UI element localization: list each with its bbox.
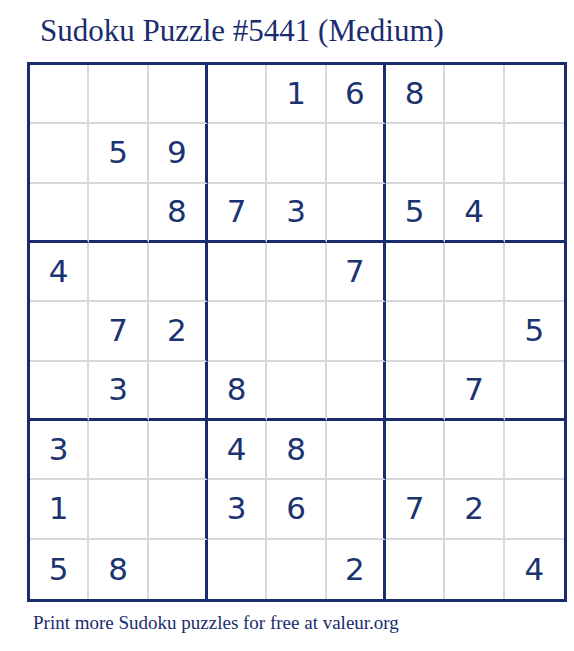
cell-r5c2: 7 <box>89 302 148 361</box>
sudoku-grid: 168598735447725387348136725824 <box>27 62 567 602</box>
cell-r2c6 <box>327 124 386 183</box>
cell-r3c3: 8 <box>149 184 208 243</box>
cell-r4c5 <box>267 243 326 302</box>
cell-r1c1 <box>30 65 89 124</box>
cell-r8c4: 3 <box>208 480 267 539</box>
cell-r4c9 <box>505 243 564 302</box>
cell-r5c3: 2 <box>149 302 208 361</box>
cell-r7c2 <box>89 421 148 480</box>
cell-r9c9: 4 <box>505 540 564 599</box>
cell-r4c7 <box>386 243 445 302</box>
cell-r8c8: 2 <box>445 480 504 539</box>
cell-r3c4: 7 <box>208 184 267 243</box>
cell-r6c9 <box>505 362 564 421</box>
cell-r1c7: 8 <box>386 65 445 124</box>
cell-r5c5 <box>267 302 326 361</box>
cell-r3c1 <box>30 184 89 243</box>
cell-r8c2 <box>89 480 148 539</box>
cell-r8c3 <box>149 480 208 539</box>
cell-r1c8 <box>445 65 504 124</box>
cell-r9c6: 2 <box>327 540 386 599</box>
cell-r1c5: 1 <box>267 65 326 124</box>
cell-r3c6 <box>327 184 386 243</box>
cell-r2c3: 9 <box>149 124 208 183</box>
cell-r1c6: 6 <box>327 65 386 124</box>
cell-r2c1 <box>30 124 89 183</box>
cell-r7c9 <box>505 421 564 480</box>
cell-r9c5 <box>267 540 326 599</box>
cell-r8c6 <box>327 480 386 539</box>
cell-r4c8 <box>445 243 504 302</box>
cell-r2c9 <box>505 124 564 183</box>
cell-r9c4 <box>208 540 267 599</box>
cell-r9c8 <box>445 540 504 599</box>
cell-r5c6 <box>327 302 386 361</box>
cell-r3c5: 3 <box>267 184 326 243</box>
cell-r6c1 <box>30 362 89 421</box>
cell-r5c1 <box>30 302 89 361</box>
footer-text: Print more Sudoku puzzles for free at va… <box>33 612 399 634</box>
cell-r6c7 <box>386 362 445 421</box>
cell-r6c8: 7 <box>445 362 504 421</box>
cell-r7c5: 8 <box>267 421 326 480</box>
cell-r4c6: 7 <box>327 243 386 302</box>
cell-r2c5 <box>267 124 326 183</box>
cell-r9c2: 8 <box>89 540 148 599</box>
cell-r5c7 <box>386 302 445 361</box>
cell-r1c2 <box>89 65 148 124</box>
cell-r4c3 <box>149 243 208 302</box>
cell-r2c8 <box>445 124 504 183</box>
page-title: Sudoku Puzzle #5441 (Medium) <box>40 13 444 49</box>
cell-r6c6 <box>327 362 386 421</box>
cell-r3c2 <box>89 184 148 243</box>
cell-r3c7: 5 <box>386 184 445 243</box>
cell-r7c3 <box>149 421 208 480</box>
cell-r5c8 <box>445 302 504 361</box>
cell-r7c8 <box>445 421 504 480</box>
cell-r4c2 <box>89 243 148 302</box>
cell-r9c3 <box>149 540 208 599</box>
cell-r8c5: 6 <box>267 480 326 539</box>
cell-r6c4: 8 <box>208 362 267 421</box>
cell-r1c3 <box>149 65 208 124</box>
cell-r6c3 <box>149 362 208 421</box>
cell-r6c5 <box>267 362 326 421</box>
cell-r1c9 <box>505 65 564 124</box>
cell-r3c8: 4 <box>445 184 504 243</box>
cell-r1c4 <box>208 65 267 124</box>
cell-r7c4: 4 <box>208 421 267 480</box>
cell-r8c9 <box>505 480 564 539</box>
cell-r7c6 <box>327 421 386 480</box>
cell-r6c2: 3 <box>89 362 148 421</box>
cell-r5c9: 5 <box>505 302 564 361</box>
cell-r2c2: 5 <box>89 124 148 183</box>
cell-r7c7 <box>386 421 445 480</box>
cell-r3c9 <box>505 184 564 243</box>
cell-r9c1: 5 <box>30 540 89 599</box>
cell-r9c7 <box>386 540 445 599</box>
cell-r2c4 <box>208 124 267 183</box>
cell-r8c7: 7 <box>386 480 445 539</box>
cell-r4c1: 4 <box>30 243 89 302</box>
cell-r4c4 <box>208 243 267 302</box>
cell-r7c1: 3 <box>30 421 89 480</box>
cell-r2c7 <box>386 124 445 183</box>
sudoku-page: Sudoku Puzzle #5441 (Medium) 16859873544… <box>0 0 574 651</box>
cell-r5c4 <box>208 302 267 361</box>
cell-r8c1: 1 <box>30 480 89 539</box>
